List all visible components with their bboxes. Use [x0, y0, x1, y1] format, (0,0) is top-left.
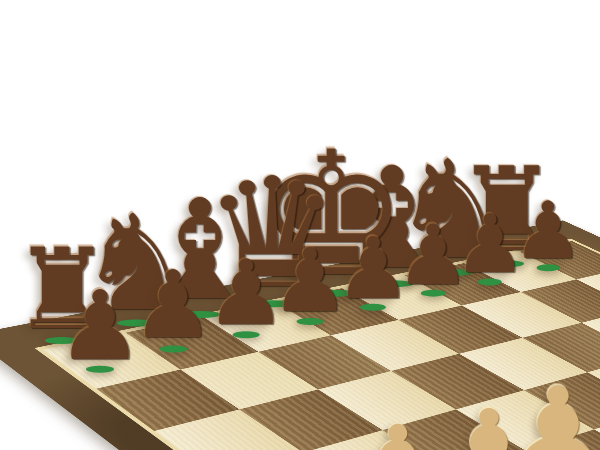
piece-black-pawn-b7[interactable]: ♟: [131, 263, 214, 352]
black-pawn-glyph: ♟: [206, 252, 287, 335]
felt-base: [297, 318, 323, 325]
piece-black-pawn-c7[interactable]: ♟: [206, 252, 287, 338]
piece-layer: ♜♞♝♛♚♝♞♜♟♟♟♟♟♟♟♟♟♟♟: [0, 0, 600, 450]
felt-base: [159, 345, 187, 352]
piece-black-pawn-a7[interactable]: ♟: [57, 282, 143, 373]
piece-white-pawn-e2[interactable]: ♟: [345, 415, 451, 450]
black-pawn-glyph: ♟: [131, 263, 214, 349]
felt-base: [233, 331, 260, 338]
felt-base: [536, 264, 560, 271]
white-pawn-glyph: ♟: [345, 415, 451, 450]
chess-photo-scene: ♜♞♝♛♚♝♞♜♟♟♟♟♟♟♟♟♟♟♟: [0, 0, 600, 450]
black-pawn-glyph: ♟: [57, 282, 143, 370]
felt-base: [478, 278, 502, 285]
